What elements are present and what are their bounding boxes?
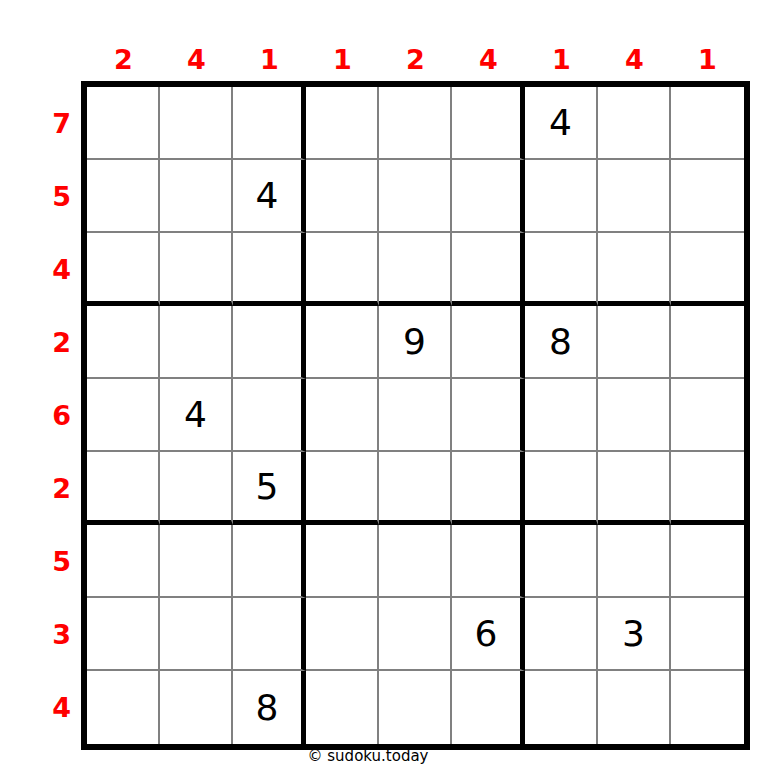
cell-r3c9[interactable]	[671, 233, 744, 306]
cell-r4c3[interactable]	[233, 306, 306, 379]
cell-r5c4[interactable]	[306, 379, 379, 452]
cell-r7c7[interactable]	[525, 525, 598, 598]
cell-r2c8[interactable]	[598, 160, 671, 233]
left-clue-row3: 4	[34, 233, 76, 306]
cell-r8c3[interactable]	[233, 598, 306, 671]
left-clue-row7: 5	[34, 525, 76, 598]
cell-r5c3[interactable]	[233, 379, 306, 452]
cell-r2c4[interactable]	[306, 160, 379, 233]
cell-r8c2[interactable]	[160, 598, 233, 671]
top-clues: 2 4 1 1 2 4 1 4 1	[87, 42, 744, 78]
cell-r5c5[interactable]	[379, 379, 452, 452]
top-clue-col7: 1	[525, 42, 598, 78]
top-clue-col1: 2	[87, 42, 160, 78]
top-clue-col6: 4	[452, 42, 525, 78]
cell-r7c9[interactable]	[671, 525, 744, 598]
cell-r3c8[interactable]	[598, 233, 671, 306]
cell-r1c4[interactable]	[306, 87, 379, 160]
cell-r9c2[interactable]	[160, 671, 233, 744]
cell-r1c2[interactable]	[160, 87, 233, 160]
cell-r2c9[interactable]	[671, 160, 744, 233]
cell-r8c7[interactable]	[525, 598, 598, 671]
cell-r8c1[interactable]	[87, 598, 160, 671]
cell-r2c5[interactable]	[379, 160, 452, 233]
cell-r2c6[interactable]	[452, 160, 525, 233]
left-clue-row1: 7	[34, 87, 76, 160]
cell-r6c8[interactable]	[598, 452, 671, 525]
cell-r9c5[interactable]	[379, 671, 452, 744]
cell-r5c2[interactable]: 4	[160, 379, 233, 452]
cell-r4c7[interactable]: 8	[525, 306, 598, 379]
cell-r5c9[interactable]	[671, 379, 744, 452]
cell-r6c6[interactable]	[452, 452, 525, 525]
cell-r4c4[interactable]	[306, 306, 379, 379]
left-clue-row4: 2	[34, 306, 76, 379]
cell-r6c4[interactable]	[306, 452, 379, 525]
cell-r9c4[interactable]	[306, 671, 379, 744]
cell-r3c3[interactable]	[233, 233, 306, 306]
cell-r4c2[interactable]	[160, 306, 233, 379]
cell-r6c3[interactable]: 5	[233, 452, 306, 525]
cell-r8c6[interactable]: 6	[452, 598, 525, 671]
top-clue-col3: 1	[233, 42, 306, 78]
cell-r4c1[interactable]	[87, 306, 160, 379]
cell-r7c6[interactable]	[452, 525, 525, 598]
cell-r2c7[interactable]	[525, 160, 598, 233]
cell-r6c2[interactable]	[160, 452, 233, 525]
cell-r6c9[interactable]	[671, 452, 744, 525]
cell-r9c8[interactable]	[598, 671, 671, 744]
cell-r8c8[interactable]: 3	[598, 598, 671, 671]
cell-r5c7[interactable]	[525, 379, 598, 452]
cell-r9c7[interactable]	[525, 671, 598, 744]
top-clue-col9: 1	[671, 42, 744, 78]
left-clue-row9: 4	[34, 671, 76, 744]
cell-r7c1[interactable]	[87, 525, 160, 598]
cell-r3c2[interactable]	[160, 233, 233, 306]
cell-r1c8[interactable]	[598, 87, 671, 160]
copyright: © sudoku.today	[0, 747, 736, 765]
cell-r7c8[interactable]	[598, 525, 671, 598]
top-clue-col4: 1	[306, 42, 379, 78]
left-clue-row5: 6	[34, 379, 76, 452]
cell-r1c5[interactable]	[379, 87, 452, 160]
cell-r6c5[interactable]	[379, 452, 452, 525]
cell-r2c3[interactable]: 4	[233, 160, 306, 233]
cell-r4c6[interactable]	[452, 306, 525, 379]
left-clue-row8: 3	[34, 598, 76, 671]
cell-r9c3[interactable]: 8	[233, 671, 306, 744]
cell-r3c5[interactable]	[379, 233, 452, 306]
cell-r8c9[interactable]	[671, 598, 744, 671]
cell-r1c7[interactable]: 4	[525, 87, 598, 160]
cell-r3c7[interactable]	[525, 233, 598, 306]
cell-r1c3[interactable]	[233, 87, 306, 160]
cell-r3c4[interactable]	[306, 233, 379, 306]
cell-r4c8[interactable]	[598, 306, 671, 379]
cell-r6c7[interactable]	[525, 452, 598, 525]
puzzle-page: 2 4 1 1 2 4 1 4 1 7 5 4 2 6 2 5 3 4 4498…	[0, 0, 760, 770]
cell-r5c8[interactable]	[598, 379, 671, 452]
top-clue-col5: 2	[379, 42, 452, 78]
cell-r4c5[interactable]: 9	[379, 306, 452, 379]
cell-r1c1[interactable]	[87, 87, 160, 160]
cell-r1c6[interactable]	[452, 87, 525, 160]
cell-r2c1[interactable]	[87, 160, 160, 233]
top-clue-col8: 4	[598, 42, 671, 78]
cell-r3c1[interactable]	[87, 233, 160, 306]
cell-r2c2[interactable]	[160, 160, 233, 233]
cell-r7c2[interactable]	[160, 525, 233, 598]
left-clue-row2: 5	[34, 160, 76, 233]
left-clues: 7 5 4 2 6 2 5 3 4	[34, 87, 76, 744]
cell-r5c1[interactable]	[87, 379, 160, 452]
top-clue-col2: 4	[160, 42, 233, 78]
cell-r5c6[interactable]	[452, 379, 525, 452]
cell-r3c6[interactable]	[452, 233, 525, 306]
cell-r9c6[interactable]	[452, 671, 525, 744]
cell-r9c9[interactable]	[671, 671, 744, 744]
sudoku-board: 449845638	[81, 81, 750, 750]
cell-r9c1[interactable]	[87, 671, 160, 744]
cell-r7c5[interactable]	[379, 525, 452, 598]
cell-r8c5[interactable]	[379, 598, 452, 671]
left-clue-row6: 2	[34, 452, 76, 525]
cell-r4c9[interactable]	[671, 306, 744, 379]
cell-r7c3[interactable]	[233, 525, 306, 598]
cell-r7c4[interactable]	[306, 525, 379, 598]
cell-r1c9[interactable]	[671, 87, 744, 160]
cell-r6c1[interactable]	[87, 452, 160, 525]
cell-r8c4[interactable]	[306, 598, 379, 671]
